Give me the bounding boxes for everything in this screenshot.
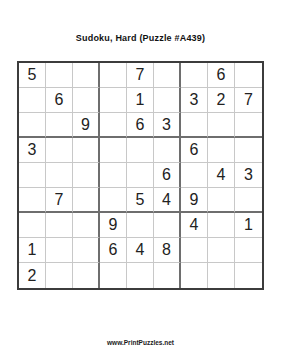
cell-r5c8[interactable]: 4 (208, 163, 235, 188)
cell-r4c8[interactable] (208, 138, 235, 163)
cell-r1c9[interactable] (235, 63, 262, 88)
cell-r7c5[interactable] (127, 213, 154, 238)
cell-r5c4[interactable] (100, 163, 127, 188)
cell-r1c3[interactable] (73, 63, 100, 88)
cell-r8c5[interactable]: 4 (127, 238, 154, 263)
cell-r6c1[interactable] (19, 188, 46, 213)
cell-r6c6[interactable]: 4 (154, 188, 181, 213)
cell-r2c2[interactable]: 6 (46, 88, 73, 113)
cell-r7c7[interactable]: 4 (181, 213, 208, 238)
cell-r4c3[interactable] (73, 138, 100, 163)
cell-r3c6[interactable]: 3 (154, 113, 181, 138)
cell-r2c6[interactable] (154, 88, 181, 113)
cell-r2c7[interactable]: 3 (181, 88, 208, 113)
cell-r5c1[interactable] (19, 163, 46, 188)
cell-r8c3[interactable] (73, 238, 100, 263)
cell-r5c9[interactable]: 3 (235, 163, 262, 188)
cell-r2c5[interactable]: 1 (127, 88, 154, 113)
cell-r3c1[interactable] (19, 113, 46, 138)
cell-r8c9[interactable] (235, 238, 262, 263)
cell-r4c6[interactable] (154, 138, 181, 163)
cell-r1c7[interactable] (181, 63, 208, 88)
cell-r5c7[interactable] (181, 163, 208, 188)
page-title: Sudoku, Hard (Puzzle #A439) (0, 0, 281, 43)
cell-r4c1[interactable]: 3 (19, 138, 46, 163)
cell-r2c3[interactable] (73, 88, 100, 113)
cell-r3c8[interactable] (208, 113, 235, 138)
cell-r7c1[interactable] (19, 213, 46, 238)
cell-r9c7[interactable] (181, 263, 208, 288)
cell-r7c3[interactable] (73, 213, 100, 238)
cell-r9c1[interactable]: 2 (19, 263, 46, 288)
cell-r6c5[interactable]: 5 (127, 188, 154, 213)
cell-r9c6[interactable] (154, 263, 181, 288)
cell-r4c5[interactable] (127, 138, 154, 163)
cell-r1c2[interactable] (46, 63, 73, 88)
cell-r5c2[interactable] (46, 163, 73, 188)
cell-r4c4[interactable] (100, 138, 127, 163)
cell-r5c6[interactable]: 6 (154, 163, 181, 188)
cell-r3c4[interactable] (100, 113, 127, 138)
cell-r7c4[interactable]: 9 (100, 213, 127, 238)
cell-r6c4[interactable] (100, 188, 127, 213)
cell-r8c2[interactable] (46, 238, 73, 263)
cell-r3c9[interactable] (235, 113, 262, 138)
cell-r4c2[interactable] (46, 138, 73, 163)
cell-r1c5[interactable]: 7 (127, 63, 154, 88)
cell-r7c6[interactable] (154, 213, 181, 238)
cell-r9c8[interactable] (208, 263, 235, 288)
cell-r8c7[interactable] (181, 238, 208, 263)
sudoku-grid: 5766132796336643754994116482 (17, 61, 264, 290)
cell-r8c6[interactable]: 8 (154, 238, 181, 263)
cell-r8c1[interactable]: 1 (19, 238, 46, 263)
cell-r9c9[interactable] (235, 263, 262, 288)
cell-r8c8[interactable] (208, 238, 235, 263)
cell-r9c4[interactable] (100, 263, 127, 288)
cell-r3c2[interactable] (46, 113, 73, 138)
cell-r2c1[interactable] (19, 88, 46, 113)
cell-r9c5[interactable] (127, 263, 154, 288)
cell-r5c3[interactable] (73, 163, 100, 188)
cell-r3c7[interactable] (181, 113, 208, 138)
cell-r4c7[interactable]: 6 (181, 138, 208, 163)
cell-r3c3[interactable]: 9 (73, 113, 100, 138)
cell-r4c9[interactable] (235, 138, 262, 163)
cell-r7c8[interactable] (208, 213, 235, 238)
cell-r9c3[interactable] (73, 263, 100, 288)
cell-r1c1[interactable]: 5 (19, 63, 46, 88)
cell-r6c9[interactable] (235, 188, 262, 213)
cell-r2c9[interactable]: 7 (235, 88, 262, 113)
cell-r8c4[interactable]: 6 (100, 238, 127, 263)
cell-r2c8[interactable]: 2 (208, 88, 235, 113)
cell-r9c2[interactable] (46, 263, 73, 288)
cell-r6c3[interactable] (73, 188, 100, 213)
cell-r1c6[interactable] (154, 63, 181, 88)
cell-r6c7[interactable]: 9 (181, 188, 208, 213)
cell-r3c5[interactable]: 6 (127, 113, 154, 138)
cell-r1c4[interactable] (100, 63, 127, 88)
cell-r6c8[interactable] (208, 188, 235, 213)
cell-r6c2[interactable]: 7 (46, 188, 73, 213)
cell-r5c5[interactable] (127, 163, 154, 188)
footer-url: www.PrintPuzzles.net (0, 339, 281, 346)
cell-r1c8[interactable]: 6 (208, 63, 235, 88)
cell-r7c2[interactable] (46, 213, 73, 238)
cell-r7c9[interactable]: 1 (235, 213, 262, 238)
cell-r2c4[interactable] (100, 88, 127, 113)
sudoku-page: Sudoku, Hard (Puzzle #A439) 576613279633… (0, 0, 281, 363)
